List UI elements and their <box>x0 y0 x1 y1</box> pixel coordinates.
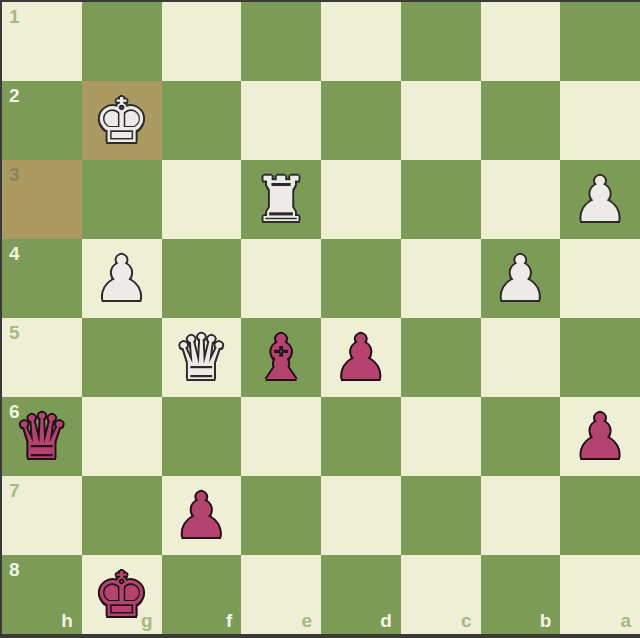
square-a1[interactable] <box>560 2 640 81</box>
square-e5[interactable]: ♝ <box>241 318 321 397</box>
square-c5[interactable] <box>401 318 481 397</box>
white-pawn[interactable]: ♟ <box>82 239 162 318</box>
square-g4[interactable]: ♟ <box>82 239 162 318</box>
square-b3[interactable] <box>481 160 561 239</box>
rank-label-1: 1 <box>9 7 20 26</box>
square-c6[interactable] <box>401 397 481 476</box>
black-pawn[interactable]: ♟ <box>321 318 401 397</box>
black-bishop[interactable]: ♝ <box>241 318 321 397</box>
file-label-b: b <box>540 611 552 630</box>
rank-label-7: 7 <box>9 481 20 500</box>
square-c3[interactable] <box>401 160 481 239</box>
square-h2[interactable]: 2 <box>2 81 82 160</box>
square-f5[interactable]: ♛ <box>162 318 242 397</box>
square-e4[interactable] <box>241 239 321 318</box>
square-h7[interactable]: 7 <box>2 476 82 555</box>
square-a5[interactable] <box>560 318 640 397</box>
square-c8[interactable]: c <box>401 555 481 634</box>
square-e8[interactable]: e <box>241 555 321 634</box>
white-pawn[interactable]: ♟ <box>481 239 561 318</box>
square-a4[interactable] <box>560 239 640 318</box>
white-rook[interactable]: ♜ <box>241 160 321 239</box>
square-a2[interactable] <box>560 81 640 160</box>
square-f6[interactable] <box>162 397 242 476</box>
square-g6[interactable] <box>82 397 162 476</box>
black-king[interactable]: ♚ <box>82 555 162 634</box>
square-d2[interactable] <box>321 81 401 160</box>
square-b8[interactable]: b <box>481 555 561 634</box>
file-label-f: f <box>226 611 232 630</box>
rank-label-2: 2 <box>9 86 20 105</box>
square-h5[interactable]: 5 <box>2 318 82 397</box>
file-label-d: d <box>380 611 392 630</box>
square-h3[interactable]: 3 <box>2 160 82 239</box>
square-b4[interactable]: ♟ <box>481 239 561 318</box>
square-a6[interactable]: ♟ <box>560 397 640 476</box>
square-f4[interactable] <box>162 239 242 318</box>
square-g3[interactable] <box>82 160 162 239</box>
square-d4[interactable] <box>321 239 401 318</box>
file-label-h: h <box>61 611 73 630</box>
square-d3[interactable] <box>321 160 401 239</box>
rank-label-8: 8 <box>9 560 20 579</box>
square-d7[interactable] <box>321 476 401 555</box>
square-c7[interactable] <box>401 476 481 555</box>
chess-board: 12♚3♜♟4♟♟5♛♝♟6♛♟7♟8hg♚fedcba <box>2 2 640 634</box>
square-d6[interactable] <box>321 397 401 476</box>
square-g8[interactable]: g♚ <box>82 555 162 634</box>
square-a7[interactable] <box>560 476 640 555</box>
black-pawn[interactable]: ♟ <box>560 397 640 476</box>
square-e3[interactable]: ♜ <box>241 160 321 239</box>
file-label-e: e <box>301 611 312 630</box>
square-b7[interactable] <box>481 476 561 555</box>
square-f7[interactable]: ♟ <box>162 476 242 555</box>
rank-label-3: 3 <box>9 165 20 184</box>
square-f2[interactable] <box>162 81 242 160</box>
square-d8[interactable]: d <box>321 555 401 634</box>
black-pawn[interactable]: ♟ <box>162 476 242 555</box>
square-e1[interactable] <box>241 2 321 81</box>
chess-app-screenshot: 12♚3♜♟4♟♟5♛♝♟6♛♟7♟8hg♚fedcba <box>0 0 640 638</box>
square-a3[interactable]: ♟ <box>560 160 640 239</box>
square-f1[interactable] <box>162 2 242 81</box>
square-g1[interactable] <box>82 2 162 81</box>
square-b6[interactable] <box>481 397 561 476</box>
rank-label-4: 4 <box>9 244 20 263</box>
square-h1[interactable]: 1 <box>2 2 82 81</box>
white-queen[interactable]: ♛ <box>162 318 242 397</box>
square-b1[interactable] <box>481 2 561 81</box>
square-f8[interactable]: f <box>162 555 242 634</box>
square-g7[interactable] <box>82 476 162 555</box>
square-h6[interactable]: 6♛ <box>2 397 82 476</box>
square-c2[interactable] <box>401 81 481 160</box>
square-h8[interactable]: 8h <box>2 555 82 634</box>
square-h4[interactable]: 4 <box>2 239 82 318</box>
square-d5[interactable]: ♟ <box>321 318 401 397</box>
white-pawn[interactable]: ♟ <box>560 160 640 239</box>
square-c4[interactable] <box>401 239 481 318</box>
square-f3[interactable] <box>162 160 242 239</box>
square-a8[interactable]: a <box>560 555 640 634</box>
square-b2[interactable] <box>481 81 561 160</box>
square-d1[interactable] <box>321 2 401 81</box>
file-label-a: a <box>620 611 631 630</box>
square-e7[interactable] <box>241 476 321 555</box>
square-g2[interactable]: ♚ <box>82 81 162 160</box>
square-c1[interactable] <box>401 2 481 81</box>
square-b5[interactable] <box>481 318 561 397</box>
file-label-c: c <box>461 611 472 630</box>
square-e6[interactable] <box>241 397 321 476</box>
square-e2[interactable] <box>241 81 321 160</box>
black-queen[interactable]: ♛ <box>2 397 82 476</box>
white-king[interactable]: ♚ <box>82 81 162 160</box>
rank-label-5: 5 <box>9 323 20 342</box>
square-g5[interactable] <box>82 318 162 397</box>
